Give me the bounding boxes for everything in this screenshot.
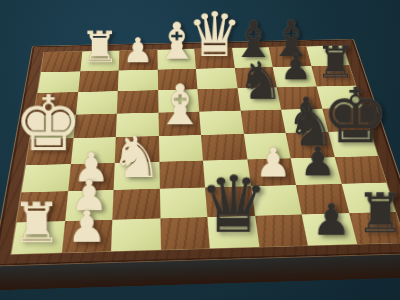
square-col3-row1[interactable] — [119, 50, 158, 70]
square-col6-row1[interactable] — [232, 47, 273, 67]
piece-cell-f3: ♞ — [114, 161, 160, 190]
white-knight-f3[interactable]: ♞ — [111, 129, 163, 187]
square-col7-row2[interactable] — [273, 66, 317, 87]
piece-cell-h7: ♟ — [302, 213, 357, 246]
square-col6-row2[interactable] — [234, 67, 276, 89]
square-col5-row4[interactable] — [199, 110, 243, 135]
piece-cell-h1: ♜ — [12, 221, 65, 254]
square-col6-row3[interactable] — [237, 87, 281, 110]
piece-cell-h5: ♛ — [207, 215, 259, 248]
black-rook-h8[interactable]: ♜ — [355, 185, 400, 240]
square-col2-row1[interactable] — [80, 51, 120, 71]
square-col4-row4[interactable] — [158, 111, 201, 136]
square-col6-row4[interactable] — [240, 109, 285, 134]
piece-cell-f7: ♟ — [291, 157, 342, 185]
square-col7-row1[interactable] — [269, 47, 311, 67]
square-col3-row3[interactable] — [117, 90, 158, 113]
square-col3-row2[interactable] — [118, 69, 158, 91]
black-pawn-f7[interactable]: ♟ — [300, 141, 336, 181]
square-col4-row3[interactable] — [158, 89, 199, 112]
square-col1-row1[interactable] — [41, 52, 82, 73]
square-col5-row2[interactable] — [196, 68, 237, 90]
white-rook-h1[interactable]: ♜ — [12, 194, 62, 250]
board-perspective-wrapper: ♚♜♜♟♟♟♟♞♝♝♛♟♝♞♝♟♟♞♟♟♜♚♛♜ — [0, 0, 400, 300]
black-pawn-h7[interactable]: ♟ — [312, 198, 351, 242]
white-pawn-h2[interactable]: ♟ — [67, 205, 107, 249]
chess-board-frame: ♚♜♜♟♟♟♟♞♝♝♛♟♝♞♝♟♟♞♟♟♜♚♛♜ — [0, 39, 400, 267]
square-col8-row1[interactable] — [306, 46, 349, 66]
square-col2-row2[interactable] — [78, 70, 119, 92]
piece-cell-h8: ♜ — [349, 211, 400, 244]
piece-cell-e1: ♚ — [26, 138, 73, 165]
black-queen-h5[interactable]: ♛ — [199, 166, 269, 244]
square-col5-row3[interactable] — [197, 88, 240, 111]
chess-app-scene: ♚♜♜♟♟♟♟♞♝♝♛♟♝♞♝♟♟♞♟♟♜♚♛♜ — [0, 0, 400, 300]
square-col5-row1[interactable] — [194, 48, 234, 68]
square-col4-row2[interactable] — [157, 69, 197, 91]
piece-cell-h2: ♟ — [61, 219, 112, 252]
square-col4-row1[interactable] — [157, 49, 196, 69]
